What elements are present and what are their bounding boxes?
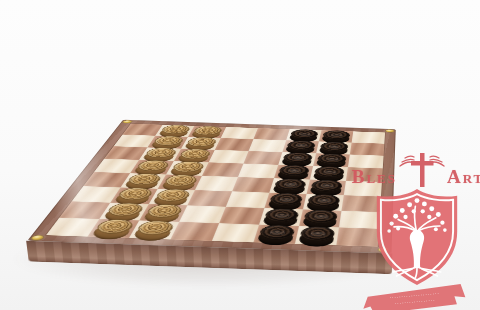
- checker-top-face: ⛂: [258, 224, 296, 240]
- checker-dark-man[interactable]: ⛂: [307, 194, 341, 208]
- checker-light-man[interactable]: ⛀: [144, 147, 179, 158]
- checker-top-face: ⛀: [93, 219, 136, 235]
- checker-top-face: ⛂: [269, 192, 304, 206]
- checker-dark-man[interactable]: ⛂: [269, 192, 304, 206]
- checker-light-glyph: ⛀: [164, 191, 183, 199]
- square-d3[interactable]: [187, 190, 232, 207]
- checker-dark-glyph: ⛂: [268, 228, 286, 237]
- checker-dark-man[interactable]: ⛂: [317, 153, 347, 164]
- checker-side-face: [151, 193, 190, 207]
- checker-light-man[interactable]: ⛀: [134, 220, 176, 236]
- checker-dark-glyph: ⛂: [278, 195, 295, 203]
- checker-light-man[interactable]: ⛀: [154, 188, 192, 202]
- board-front-edge: [26, 241, 392, 274]
- checker-side-face: [302, 214, 338, 229]
- checker-top-face: ⛀: [105, 202, 146, 217]
- checker-dark-glyph: ⛂: [327, 144, 341, 150]
- checker-dark-man[interactable]: ⛂: [314, 166, 346, 178]
- checker-dark-man[interactable]: ⛂: [310, 179, 343, 192]
- checker-light-glyph: ⛀: [160, 138, 177, 144]
- square-d4[interactable]: [195, 176, 238, 192]
- brass-inlay-top-right: [386, 129, 394, 132]
- checker-dark-man[interactable]: ⛂: [273, 178, 307, 191]
- square-c1[interactable]: ⛀: [129, 220, 179, 239]
- checker-light-glyph: ⛀: [115, 206, 135, 214]
- checker-side-face: [267, 197, 302, 211]
- checker-light-man[interactable]: ⛀: [135, 160, 171, 172]
- square-g3[interactable]: ⛂: [303, 194, 344, 211]
- square-c2[interactable]: ⛀: [139, 204, 187, 222]
- checker-light-man[interactable]: ⛀: [171, 161, 206, 173]
- square-g1[interactable]: ⛂: [295, 226, 339, 245]
- square-f3[interactable]: ⛂: [264, 193, 306, 210]
- checker-light-man[interactable]: ⛀: [144, 204, 184, 219]
- checker-top-face: ⛂: [273, 178, 307, 191]
- brand-wordmark: Bles Art: [358, 152, 478, 188]
- checker-light-glyph: ⛀: [135, 176, 154, 183]
- checker-dark-man[interactable]: ⛂: [286, 140, 316, 151]
- checker-side-face: [262, 213, 299, 228]
- square-d2[interactable]: [179, 205, 226, 223]
- square-e3[interactable]: [226, 191, 269, 208]
- checker-light-man[interactable]: ⛀: [126, 173, 164, 186]
- square-a2[interactable]: [59, 201, 110, 219]
- checker-top-face: ⛀: [162, 174, 199, 187]
- checker-light-man[interactable]: ⛀: [178, 148, 212, 159]
- checker-dark-glyph: ⛂: [290, 154, 305, 160]
- checker-top-face: ⛀: [116, 187, 155, 201]
- checker-light-man[interactable]: ⛀: [116, 187, 155, 201]
- checker-dark-glyph: ⛂: [297, 131, 311, 137]
- checker-dark-man[interactable]: ⛂: [303, 209, 338, 224]
- checker-side-face: [101, 207, 143, 222]
- cross-icon: [398, 152, 446, 188]
- product-photo-stage: ⛀⛀⛂⛂⛀⛀⛂⛂⛀⛀⛂⛂⛀⛀⛂⛂⛀⛀⛂⛂⛀⛀⛂⛂⛀⛀⛂⛂⛀⛀⛂⛂ Bles Ar…: [0, 0, 480, 310]
- square-e5[interactable]: [238, 164, 278, 179]
- square-f2[interactable]: ⛂: [259, 208, 303, 226]
- checker-light-man[interactable]: ⛀: [152, 135, 186, 146]
- checker-top-face: ⛂: [307, 194, 341, 208]
- square-c3[interactable]: ⛀: [149, 189, 195, 206]
- checker-dark-man[interactable]: ⛂: [299, 226, 336, 242]
- checker-dark-glyph: ⛂: [322, 168, 337, 175]
- square-f1[interactable]: ⛂: [253, 225, 299, 244]
- checker-top-face: ⛀: [144, 204, 184, 219]
- square-a4[interactable]: [83, 172, 130, 187]
- brand-text-right: Art: [447, 167, 480, 188]
- checker-dark-glyph: ⛂: [325, 156, 340, 162]
- checker-side-face: [298, 231, 335, 247]
- checkers-board: ⛀⛀⛂⛂⛀⛀⛂⛂⛀⛀⛂⛂⛀⛀⛂⛂⛀⛀⛂⛂⛀⛀⛂⛂⛀⛀⛂⛂⛀⛀⛂⛂: [77, 16, 400, 310]
- brand-text-left: Bles: [352, 167, 397, 188]
- square-e4[interactable]: [232, 177, 274, 193]
- checker-side-face: [256, 230, 294, 246]
- checker-dark-glyph: ⛂: [312, 212, 329, 220]
- square-b3[interactable]: ⛀: [110, 187, 157, 204]
- square-d6[interactable]: [209, 150, 249, 164]
- checker-dark-man[interactable]: ⛂: [258, 224, 296, 240]
- checker-light-man[interactable]: ⛀: [159, 124, 192, 134]
- checker-light-glyph: ⛀: [155, 207, 175, 215]
- checker-dark-glyph: ⛂: [286, 167, 302, 174]
- square-d5[interactable]: [202, 162, 243, 177]
- checker-dark-man[interactable]: ⛂: [263, 208, 299, 223]
- checker-dark-glyph: ⛂: [316, 197, 332, 205]
- blesart-watermark: Bles Art: [358, 152, 478, 310]
- square-b1[interactable]: ⛀: [87, 219, 139, 238]
- checker-light-glyph: ⛀: [144, 162, 162, 169]
- checker-dark-man[interactable]: ⛂: [290, 129, 319, 139]
- checker-light-glyph: ⛀: [180, 163, 197, 170]
- checker-light-glyph: ⛀: [168, 127, 184, 133]
- square-b2[interactable]: ⛀: [99, 203, 149, 221]
- checker-light-glyph: ⛀: [104, 222, 125, 231]
- checker-dark-glyph: ⛂: [309, 229, 327, 238]
- board-grid: ⛀⛀⛂⛂⛀⛀⛂⛂⛀⛀⛂⛂⛀⛀⛂⛂⛀⛀⛂⛂⛀⛀⛂⛂⛀⛀⛂⛂⛀⛀⛂⛂: [46, 124, 385, 247]
- square-c4[interactable]: ⛀: [158, 174, 202, 190]
- brass-inlay-bottom-left: [30, 235, 44, 240]
- checker-light-glyph: ⛀: [145, 223, 166, 232]
- checker-top-face: ⛂: [310, 179, 343, 192]
- checker-light-glyph: ⛀: [153, 150, 170, 156]
- checker-top-face: ⛂: [303, 209, 338, 224]
- checker-dark-glyph: ⛂: [294, 142, 309, 148]
- checker-light-glyph: ⛀: [126, 190, 145, 198]
- checker-light-glyph: ⛀: [172, 177, 190, 184]
- checker-side-face: [123, 177, 161, 190]
- square-d1[interactable]: [170, 222, 219, 241]
- checker-side-face: [90, 224, 134, 240]
- board-top-surface: ⛀⛀⛂⛂⛀⛀⛂⛂⛀⛀⛂⛂⛀⛀⛂⛂⛀⛀⛂⛂⛀⛀⛂⛂⛀⛀⛂⛂⛀⛀⛂⛂: [27, 120, 395, 254]
- checker-top-face: ⛀: [134, 220, 176, 236]
- checker-top-face: ⛀: [154, 188, 192, 202]
- checker-top-face: ⛂: [299, 226, 336, 242]
- square-g2[interactable]: ⛂: [299, 209, 341, 227]
- checker-dark-glyph: ⛂: [330, 132, 344, 138]
- checker-top-face: ⛀: [126, 173, 164, 186]
- square-f4[interactable]: ⛂: [269, 178, 310, 194]
- checker-side-face: [272, 182, 306, 195]
- checker-dark-glyph: ⛂: [319, 182, 335, 189]
- checker-top-face: ⛂: [263, 208, 299, 223]
- checker-light-glyph: ⛀: [200, 128, 216, 134]
- checker-dark-glyph: ⛂: [273, 211, 291, 219]
- checker-side-face: [131, 225, 173, 241]
- shield-tree-emblem: [376, 189, 458, 286]
- checker-side-face: [306, 198, 340, 212]
- checker-dark-man[interactable]: ⛂: [322, 130, 351, 140]
- checker-dark-glyph: ⛂: [282, 181, 298, 188]
- checker-light-man[interactable]: ⛀: [162, 174, 199, 187]
- checker-dark-man[interactable]: ⛂: [278, 165, 310, 177]
- checker-light-man[interactable]: ⛀: [192, 126, 224, 136]
- checker-light-man[interactable]: ⛀: [185, 137, 218, 148]
- square-e2[interactable]: [219, 207, 264, 225]
- square-b4[interactable]: ⛀: [121, 173, 167, 189]
- square-a1[interactable]: [46, 218, 99, 237]
- checker-dark-man[interactable]: ⛂: [282, 152, 313, 163]
- checker-side-face: [309, 184, 342, 197]
- checker-light-man[interactable]: ⛀: [105, 202, 146, 217]
- checker-side-face: [160, 178, 197, 191]
- square-e6[interactable]: [243, 151, 282, 165]
- checker-light-glyph: ⛀: [194, 139, 210, 145]
- square-e1[interactable]: [212, 223, 259, 242]
- checker-side-face: [141, 209, 181, 224]
- checker-light-man[interactable]: ⛀: [93, 219, 136, 235]
- square-a3[interactable]: [72, 186, 121, 203]
- checker-dark-man[interactable]: ⛂: [319, 141, 348, 152]
- square-g4[interactable]: ⛂: [307, 180, 346, 196]
- perspective-scene: ⛀⛀⛂⛂⛀⛀⛂⛂⛀⛀⛂⛂⛀⛀⛂⛂⛀⛀⛂⛂⛀⛀⛂⛂⛀⛀⛂⛂⛀⛀⛂⛂: [77, 16, 400, 310]
- checker-light-glyph: ⛀: [187, 151, 204, 157]
- checker-side-face: [112, 192, 152, 206]
